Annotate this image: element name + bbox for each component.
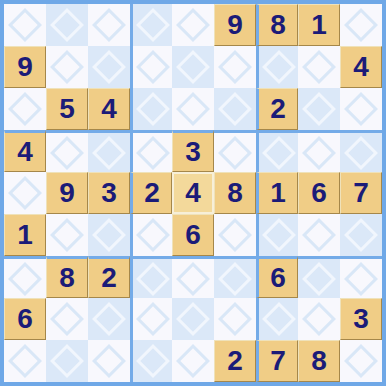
cell-r4c1[interactable]: 4 xyxy=(4,130,46,172)
diamond-pattern xyxy=(136,92,170,126)
cell-r3c6[interactable] xyxy=(214,88,256,130)
cell-r2c5[interactable] xyxy=(172,46,214,88)
diamond-pattern xyxy=(136,262,170,296)
cell-r8c7[interactable] xyxy=(256,298,298,340)
diamond-pattern xyxy=(302,136,336,170)
diamond-pattern xyxy=(50,50,84,84)
diamond-pattern xyxy=(218,92,252,126)
cell-r2c2[interactable] xyxy=(46,46,88,88)
diamond-pattern xyxy=(92,136,126,170)
diamond-pattern xyxy=(92,8,126,42)
diamond-pattern xyxy=(176,92,210,126)
diamond-pattern xyxy=(344,262,378,296)
diamond-pattern xyxy=(218,302,252,336)
diamond-pattern xyxy=(262,50,296,84)
cell-r4c3[interactable] xyxy=(88,130,130,172)
diamond-pattern xyxy=(50,218,84,252)
cell-r2c1[interactable]: 9 xyxy=(4,46,46,88)
cell-r8c1[interactable]: 6 xyxy=(4,298,46,340)
cell-r7c8[interactable] xyxy=(298,256,340,298)
diamond-pattern xyxy=(8,344,42,378)
cell-r5c9[interactable]: 7 xyxy=(340,172,382,214)
diamond-pattern xyxy=(218,218,252,252)
cell-r9c4[interactable] xyxy=(130,340,172,382)
diamond-pattern xyxy=(8,8,42,42)
cell-r4c8[interactable] xyxy=(298,130,340,172)
cell-r7c6[interactable] xyxy=(214,256,256,298)
diamond-pattern xyxy=(136,136,170,170)
diamond-pattern xyxy=(176,344,210,378)
diamond-pattern xyxy=(176,262,210,296)
cell-r2c7[interactable] xyxy=(256,46,298,88)
cell-r7c5[interactable] xyxy=(172,256,214,298)
diamond-pattern xyxy=(50,8,84,42)
cell-r9c6[interactable]: 2 xyxy=(214,340,256,382)
diamond-pattern xyxy=(344,136,378,170)
diamond-pattern xyxy=(218,262,252,296)
cell-r7c2[interactable]: 8 xyxy=(46,256,88,298)
diamond-pattern xyxy=(176,8,210,42)
cell-r6c3[interactable] xyxy=(88,214,130,256)
diamond-pattern xyxy=(50,136,84,170)
diamond-pattern xyxy=(176,302,210,336)
cell-r5c6[interactable]: 8 xyxy=(214,172,256,214)
cell-r4c6[interactable] xyxy=(214,130,256,172)
cell-r2c3[interactable] xyxy=(88,46,130,88)
diamond-pattern xyxy=(176,50,210,84)
diamond-pattern xyxy=(136,8,170,42)
diamond-pattern xyxy=(92,302,126,336)
cell-r3c8[interactable] xyxy=(298,88,340,130)
diamond-pattern xyxy=(344,218,378,252)
cell-r4c2[interactable] xyxy=(46,130,88,172)
cell-r2c6[interactable] xyxy=(214,46,256,88)
cell-r1c4[interactable] xyxy=(130,4,172,46)
cell-r1c3[interactable] xyxy=(88,4,130,46)
cell-r7c9[interactable] xyxy=(340,256,382,298)
cell-r8c4[interactable] xyxy=(130,298,172,340)
cell-r6c8[interactable] xyxy=(298,214,340,256)
cell-r9c2[interactable] xyxy=(46,340,88,382)
cell-r7c1[interactable] xyxy=(4,256,46,298)
cell-r4c4[interactable] xyxy=(130,130,172,172)
diamond-pattern xyxy=(8,92,42,126)
diamond-pattern xyxy=(344,344,378,378)
diamond-pattern xyxy=(50,302,84,336)
cell-r3c2[interactable]: 5 xyxy=(46,88,88,130)
diamond-pattern xyxy=(136,218,170,252)
cell-r7c7[interactable]: 6 xyxy=(256,256,298,298)
diamond-pattern xyxy=(92,344,126,378)
diamond-pattern xyxy=(8,176,42,210)
diamond-pattern xyxy=(136,344,170,378)
cell-r8c6[interactable] xyxy=(214,298,256,340)
cell-r6c5[interactable]: 6 xyxy=(172,214,214,256)
cell-r1c1[interactable] xyxy=(4,4,46,46)
cell-r5c2[interactable]: 9 xyxy=(46,172,88,214)
cell-r3c9[interactable] xyxy=(340,88,382,130)
diamond-pattern xyxy=(344,8,378,42)
cell-r9c5[interactable] xyxy=(172,340,214,382)
cell-r8c3[interactable] xyxy=(88,298,130,340)
cell-r1c2[interactable] xyxy=(46,4,88,46)
cell-r7c4[interactable] xyxy=(130,256,172,298)
cell-r5c7[interactable]: 1 xyxy=(256,172,298,214)
cell-r1c7[interactable]: 8 xyxy=(256,4,298,46)
diamond-pattern xyxy=(262,136,296,170)
cell-r9c8[interactable]: 8 xyxy=(298,340,340,382)
cell-r7c3[interactable]: 2 xyxy=(88,256,130,298)
diamond-pattern xyxy=(302,262,336,296)
cell-r8c5[interactable] xyxy=(172,298,214,340)
cell-r5c8[interactable]: 6 xyxy=(298,172,340,214)
diamond-pattern xyxy=(218,136,252,170)
cell-r6c4[interactable] xyxy=(130,214,172,256)
cell-r4c7[interactable] xyxy=(256,130,298,172)
diamond-pattern xyxy=(136,302,170,336)
cell-r2c8[interactable] xyxy=(298,46,340,88)
cell-r9c7[interactable]: 7 xyxy=(256,340,298,382)
diamond-pattern xyxy=(302,50,336,84)
cell-r1c8[interactable]: 1 xyxy=(298,4,340,46)
diamond-pattern xyxy=(344,92,378,126)
cell-r4c9[interactable] xyxy=(340,130,382,172)
diamond-pattern xyxy=(302,92,336,126)
cell-r9c3[interactable] xyxy=(88,340,130,382)
cell-r6c7[interactable] xyxy=(256,214,298,256)
cell-r3c3[interactable]: 4 xyxy=(88,88,130,130)
cell-r8c9[interactable]: 3 xyxy=(340,298,382,340)
diamond-pattern xyxy=(136,50,170,84)
cell-r3c7[interactable]: 2 xyxy=(256,88,298,130)
sudoku-board: 9819454243932481671682663278 xyxy=(0,0,386,386)
cell-r6c2[interactable] xyxy=(46,214,88,256)
diamond-pattern xyxy=(262,302,296,336)
cell-r3c4[interactable] xyxy=(130,88,172,130)
cell-r1c5[interactable] xyxy=(172,4,214,46)
cell-r6c6[interactable] xyxy=(214,214,256,256)
cell-r2c9[interactable]: 4 xyxy=(340,46,382,88)
cell-r9c1[interactable] xyxy=(4,340,46,382)
diamond-pattern xyxy=(92,50,126,84)
cell-r8c2[interactable] xyxy=(46,298,88,340)
cell-r5c4[interactable]: 2 xyxy=(130,172,172,214)
diamond-pattern xyxy=(218,50,252,84)
cell-r6c1[interactable]: 1 xyxy=(4,214,46,256)
diamond-pattern xyxy=(8,262,42,296)
diamond-pattern xyxy=(302,218,336,252)
cell-r2c4[interactable] xyxy=(130,46,172,88)
cell-r9c9[interactable] xyxy=(340,340,382,382)
cell-r6c9[interactable] xyxy=(340,214,382,256)
cell-r1c6[interactable]: 9 xyxy=(214,4,256,46)
cell-r3c5[interactable] xyxy=(172,88,214,130)
cell-r4c5[interactable]: 3 xyxy=(172,130,214,172)
cell-r3c1[interactable] xyxy=(4,88,46,130)
cell-r8c8[interactable] xyxy=(298,298,340,340)
cell-r5c3[interactable]: 3 xyxy=(88,172,130,214)
diamond-pattern xyxy=(50,344,84,378)
cell-r5c5[interactable]: 4 xyxy=(172,172,214,214)
cell-r1c9[interactable] xyxy=(340,4,382,46)
diamond-pattern xyxy=(262,218,296,252)
diamond-pattern xyxy=(92,218,126,252)
diamond-pattern xyxy=(302,302,336,336)
cell-r5c1[interactable] xyxy=(4,172,46,214)
